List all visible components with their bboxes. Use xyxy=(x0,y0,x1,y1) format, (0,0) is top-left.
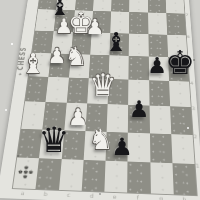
square-g2[interactable] xyxy=(150,133,173,163)
white-pawn-d7[interactable]: ♟ xyxy=(86,17,105,38)
square-d8[interactable] xyxy=(93,0,112,12)
rank-label-1: 1 xyxy=(194,163,200,195)
file-label-h: h xyxy=(173,195,197,200)
square-f6[interactable] xyxy=(129,33,148,56)
white-knight-d2[interactable]: ♞ xyxy=(88,126,113,154)
square-c1[interactable] xyxy=(59,159,84,191)
square-d1[interactable] xyxy=(81,160,105,192)
square-e8[interactable] xyxy=(111,0,130,12)
file-label-f: f xyxy=(126,193,149,200)
white-pawn-c3[interactable]: ♟ xyxy=(68,106,89,129)
file-label-g: g xyxy=(149,194,172,200)
white-pawn-b5[interactable]: ♟ xyxy=(48,46,67,67)
black-pawn-f4[interactable]: ♟ xyxy=(129,98,150,121)
board-photo: ♚♚♚♚♚ ✦CHESS abcdefgh 87654321 ♝♟♚♟♝♝♟♞♟… xyxy=(0,0,200,200)
rank-label-3: 3 xyxy=(190,106,199,134)
black-bishop-e6[interactable]: ♝ xyxy=(104,29,127,55)
square-c4[interactable] xyxy=(66,78,88,104)
corner-crown-emblem: ♚♚♚♚♚ xyxy=(16,161,35,184)
square-b4[interactable] xyxy=(46,77,69,103)
square-b1[interactable] xyxy=(36,158,62,190)
square-g3[interactable] xyxy=(149,106,171,134)
rank-label-4: 4 xyxy=(188,81,197,107)
square-f8[interactable] xyxy=(129,0,147,13)
white-bishop-a5[interactable]: ♝ xyxy=(21,50,45,77)
file-label-c: c xyxy=(57,191,81,200)
square-f7[interactable] xyxy=(129,12,148,34)
square-g7[interactable] xyxy=(148,13,167,35)
black-pawn-e2[interactable]: ♟ xyxy=(111,135,133,159)
file-label-e: e xyxy=(103,193,126,200)
square-g4[interactable] xyxy=(149,80,170,106)
white-queen-d4[interactable]: ♛ xyxy=(89,70,117,101)
file-label-d: d xyxy=(80,192,104,200)
black-queen-b2[interactable]: ♛ xyxy=(38,123,69,158)
square-g1[interactable] xyxy=(150,162,174,194)
file-label-a: a xyxy=(11,189,35,198)
square-h8[interactable] xyxy=(165,0,184,14)
file-label-b: b xyxy=(34,190,58,199)
square-f5[interactable] xyxy=(129,56,149,81)
square-g8[interactable] xyxy=(147,0,166,13)
square-f1[interactable] xyxy=(127,161,150,193)
black-pawn-g5[interactable]: ♟ xyxy=(147,55,167,77)
black-king-h5[interactable]: ♚ xyxy=(165,46,195,79)
rank-label-7: 7 xyxy=(184,13,192,34)
rank-label-8: 8 xyxy=(182,0,190,13)
white-knight-c5[interactable]: ♞ xyxy=(65,44,87,69)
rank-label-2: 2 xyxy=(192,134,200,163)
square-e1[interactable] xyxy=(104,160,127,192)
